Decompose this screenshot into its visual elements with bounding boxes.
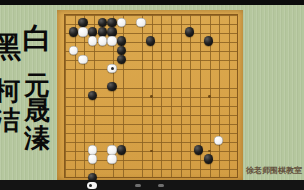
black-stone [117, 46, 126, 55]
white-stone [136, 18, 145, 27]
player-bar [0, 180, 304, 190]
black-stone [194, 145, 203, 154]
black-stone [107, 27, 116, 36]
last-move-marker-icon [111, 67, 114, 70]
letterbox-top [0, 0, 304, 5]
white-stone [107, 36, 116, 45]
player-bar-label-left [135, 184, 141, 187]
watermark-text: 徐老师围棋教室 [243, 165, 302, 176]
white-stone [88, 154, 97, 163]
video-frame: 白 元 晟 溱 黑 柯 洁 徐老师围棋教室 [0, 0, 304, 190]
black-stone [69, 27, 78, 36]
black-stone [98, 27, 107, 36]
black-stone [107, 18, 116, 27]
black-stone [117, 145, 126, 154]
black-stone [88, 27, 97, 36]
white-stone [107, 154, 116, 163]
white-stone [78, 55, 87, 64]
black-stone [117, 55, 126, 64]
black-stone [146, 36, 155, 45]
black-stone [78, 18, 87, 27]
toggle-knob-icon [89, 184, 93, 188]
danmaku-toggle[interactable] [87, 182, 97, 189]
black-stone [98, 18, 107, 27]
white-stone [88, 36, 97, 45]
black-stone [117, 36, 126, 45]
white-stone [107, 145, 116, 154]
white-stone [214, 136, 223, 145]
stone-layer [0, 5, 304, 180]
black-stone [107, 82, 116, 91]
black-stone [185, 27, 194, 36]
white-stone [98, 36, 107, 45]
white-stone [117, 18, 126, 27]
player-bar-label-right [158, 184, 164, 187]
white-stone [107, 64, 116, 73]
white-stone [69, 46, 78, 55]
white-stone [88, 145, 97, 154]
black-stone [204, 36, 213, 45]
black-stone [204, 154, 213, 163]
video-content: 白 元 晟 溱 黑 柯 洁 徐老师围棋教室 [0, 5, 304, 180]
black-stone [88, 91, 97, 100]
white-stone [78, 27, 87, 36]
